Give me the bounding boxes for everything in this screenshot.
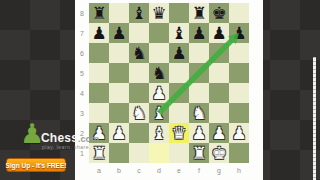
square-g4[interactable] [209, 83, 229, 103]
square-h7[interactable]: ♟ [229, 23, 249, 43]
square-f1[interactable]: ♜ [189, 143, 209, 163]
file-labels: abcdefgh [89, 164, 249, 176]
square-b6[interactable] [109, 43, 129, 63]
file-label-d: d [149, 164, 169, 176]
square-d5[interactable]: ♞ [149, 63, 169, 83]
piece-black-pawn[interactable]: ♟ [211, 23, 226, 43]
square-g7[interactable]: ♟ [209, 23, 229, 43]
piece-white-rook[interactable]: ♜ [91, 143, 106, 163]
piece-white-knight[interactable]: ♞ [131, 103, 146, 123]
piece-black-knight[interactable]: ♞ [131, 43, 146, 63]
square-a3[interactable] [89, 103, 109, 123]
piece-black-pawn[interactable]: ♟ [171, 43, 186, 63]
square-b2[interactable]: ♟ [109, 123, 129, 143]
square-d6[interactable] [149, 43, 169, 63]
rank-label-4: 4 [75, 83, 89, 103]
square-b3[interactable] [109, 103, 129, 123]
square-h4[interactable] [229, 83, 249, 103]
square-c1[interactable] [129, 143, 149, 163]
rank-label-6: 6 [75, 43, 89, 63]
square-g1[interactable]: ♚ [209, 143, 229, 163]
square-e6[interactable]: ♟ [169, 43, 189, 63]
square-c5[interactable] [129, 63, 149, 83]
brand-tagline: play. learn. share. [42, 144, 91, 150]
piece-black-rook[interactable]: ♜ [191, 3, 206, 23]
square-e3[interactable] [169, 103, 189, 123]
square-f4[interactable] [189, 83, 209, 103]
file-label-e: e [169, 164, 189, 176]
piece-white-king[interactable]: ♚ [211, 143, 226, 163]
piece-white-pawn[interactable]: ♟ [231, 123, 246, 143]
square-a5[interactable] [89, 63, 109, 83]
square-g8[interactable]: ♚ [209, 3, 229, 23]
file-label-b: b [109, 164, 129, 176]
file-label-h: h [229, 164, 249, 176]
piece-white-queen[interactable]: ♛ [171, 123, 186, 143]
square-f7[interactable]: ♟ [189, 23, 209, 43]
square-f8[interactable]: ♜ [189, 3, 209, 23]
rank-label-7: 7 [75, 23, 89, 43]
chesscom-branding: ♟ Chess.com play. learn. share. Sign Up … [0, 118, 75, 180]
piece-white-bishop[interactable]: ♝ [151, 103, 166, 123]
white-edge-strip [313, 57, 316, 180]
piece-white-knight[interactable]: ♞ [191, 103, 206, 123]
square-g6[interactable] [209, 43, 229, 63]
square-d2[interactable]: ♝ [149, 123, 169, 143]
piece-black-king[interactable]: ♚ [211, 3, 226, 23]
square-e2[interactable]: ♛ [169, 123, 189, 143]
square-b8[interactable] [109, 3, 129, 23]
rank-label-3: 3 [75, 103, 89, 123]
piece-black-knight[interactable]: ♞ [151, 63, 166, 83]
square-d8[interactable]: ♛ [149, 3, 169, 23]
square-c8[interactable]: ♝ [129, 3, 149, 23]
piece-black-pawn[interactable]: ♟ [231, 23, 246, 43]
piece-black-pawn[interactable]: ♟ [191, 23, 206, 43]
square-b1[interactable] [109, 143, 129, 163]
file-label-g: g [209, 164, 229, 176]
square-g2[interactable]: ♟ [209, 123, 229, 143]
file-label-f: f [189, 164, 209, 176]
square-b4[interactable] [109, 83, 129, 103]
piece-black-rook[interactable]: ♜ [91, 3, 106, 23]
square-d1[interactable] [149, 143, 169, 163]
square-a1[interactable]: ♜ [89, 143, 109, 163]
square-f6[interactable] [189, 43, 209, 63]
square-e4[interactable] [169, 83, 189, 103]
square-a8[interactable]: ♜ [89, 3, 109, 23]
square-f3[interactable]: ♞ [189, 103, 209, 123]
square-c6[interactable]: ♞ [129, 43, 149, 63]
square-g3[interactable] [209, 103, 229, 123]
piece-black-pawn[interactable]: ♟ [111, 23, 126, 43]
square-e8[interactable] [169, 3, 189, 23]
square-a7[interactable]: ♟ [89, 23, 109, 43]
chess-board[interactable]: ♜♝♛♜♚♟♟♝♟♟♟♞♟♞♟♞♝♞♟♟♝♛♟♟♟♜♜♚ [89, 3, 249, 163]
piece-white-pawn[interactable]: ♟ [111, 123, 126, 143]
piece-black-bishop[interactable]: ♝ [131, 3, 146, 23]
signup-button[interactable]: Sign Up - It's FREE! [6, 158, 66, 172]
square-c2[interactable] [129, 123, 149, 143]
square-h3[interactable] [229, 103, 249, 123]
square-b5[interactable] [109, 63, 129, 83]
square-d7[interactable] [149, 23, 169, 43]
piece-white-pawn[interactable]: ♟ [191, 123, 206, 143]
piece-white-pawn[interactable]: ♟ [211, 123, 226, 143]
square-d3[interactable]: ♝ [149, 103, 169, 123]
square-f5[interactable] [189, 63, 209, 83]
square-d4[interactable]: ♟ [149, 83, 169, 103]
rank-label-5: 5 [75, 63, 89, 83]
square-a4[interactable] [89, 83, 109, 103]
file-label-c: c [129, 164, 149, 176]
square-h2[interactable]: ♟ [229, 123, 249, 143]
square-h5[interactable] [229, 63, 249, 83]
file-label-a: a [89, 164, 109, 176]
piece-white-pawn[interactable]: ♟ [151, 83, 166, 103]
video-frame: 87654321 abcdefgh ♜♝♛♜♚♟♟♝♟♟♟♞♟♞♟♞♝♞♟♟♝♛… [0, 0, 320, 180]
square-h1[interactable] [229, 143, 249, 163]
square-e5[interactable] [169, 63, 189, 83]
square-c3[interactable]: ♞ [129, 103, 149, 123]
piece-black-bishop[interactable]: ♝ [171, 23, 186, 43]
square-b7[interactable]: ♟ [109, 23, 129, 43]
piece-white-bishop[interactable]: ♝ [151, 123, 166, 143]
square-e1[interactable] [169, 143, 189, 163]
square-h6[interactable] [229, 43, 249, 63]
piece-black-queen[interactable]: ♛ [151, 3, 166, 23]
brand-tld: .com [78, 134, 99, 144]
piece-white-rook[interactable]: ♜ [191, 143, 206, 163]
square-e7[interactable]: ♝ [169, 23, 189, 43]
rank-label-8: 8 [75, 3, 89, 23]
square-h8[interactable] [229, 3, 249, 23]
piece-black-pawn[interactable]: ♟ [91, 23, 106, 43]
square-a6[interactable] [89, 43, 109, 63]
square-c4[interactable] [129, 83, 149, 103]
square-g5[interactable] [209, 63, 229, 83]
brand-name: Chess [41, 131, 78, 145]
square-f2[interactable]: ♟ [189, 123, 209, 143]
square-c7[interactable] [129, 23, 149, 43]
